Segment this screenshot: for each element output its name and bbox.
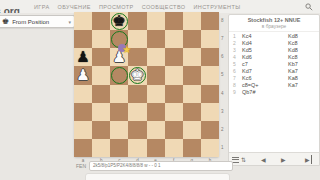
menu-icon[interactable] — [232, 155, 239, 164]
square-c2[interactable] — [110, 121, 128, 139]
square-d3[interactable] — [128, 103, 146, 121]
square-d7[interactable] — [128, 30, 146, 48]
variant-select[interactable]: ♚ From Position ▾ — [0, 15, 75, 28]
white-move-7[interactable]: Kc6 — [242, 75, 288, 82]
square-a7[interactable] — [74, 30, 92, 48]
rank-label-5: 5 — [221, 66, 227, 84]
move-number: 6 — [229, 68, 242, 75]
square-f3[interactable] — [165, 103, 183, 121]
white-king-d5[interactable]: ♚ — [128, 66, 146, 84]
search-icon[interactable] — [305, 3, 313, 11]
board-area: ♚♟♟♟♚★ abcdefgh87654321 — [74, 12, 227, 165]
move-list: 1Kc4Kd82Kd4Kc83Kd5Kd84Kd6Kc85c7Kb76Kd7Ka… — [229, 33, 319, 96]
white-move-4[interactable]: Kd6 — [242, 54, 288, 61]
square-f2[interactable] — [165, 121, 183, 139]
square-g2[interactable] — [183, 121, 201, 139]
square-e1[interactable] — [147, 139, 165, 157]
fen-input[interactable]: 2k5/8/p1P5/P2K4/8/8/8/8 w - - 0 1 — [89, 161, 233, 171]
square-d1[interactable] — [128, 139, 146, 157]
square-c5[interactable] — [110, 66, 128, 84]
move-row-2: 2Kd4Kc8 — [229, 40, 319, 47]
white-move-9[interactable]: Qb7# — [242, 89, 288, 96]
black-king-c8[interactable]: ♚ — [110, 12, 128, 30]
black-move-4[interactable]: Kc8 — [288, 54, 319, 61]
black-move-7[interactable]: Ka8 — [288, 75, 319, 82]
main-menu: ИГРАОБУЧЕНИЕПРОСМОТРСООБЩЕСТВОИНСТРУМЕНТ… — [34, 4, 240, 10]
rank-label-3: 3 — [221, 103, 227, 121]
square-d6[interactable] — [128, 48, 146, 66]
square-c4[interactable] — [110, 85, 128, 103]
black-move-5[interactable]: Kb7 — [288, 61, 319, 68]
square-d2[interactable] — [128, 121, 146, 139]
white-move-1[interactable]: Kc4 — [242, 33, 288, 40]
rank-label-7: 7 — [221, 30, 227, 48]
move-row-8: 8c8=Q+Ka7 — [229, 82, 319, 89]
square-d8[interactable] — [128, 12, 146, 30]
square-h3[interactable] — [201, 103, 219, 121]
chevron-down-icon: ▾ — [68, 19, 71, 25]
square-e4[interactable] — [147, 85, 165, 103]
next-icon[interactable]: ▶ — [281, 155, 286, 164]
engine-header[interactable]: Stockfish 12+ NNUE в браузере — [229, 15, 319, 32]
board[interactable]: ♚♟♟♟♚★ — [74, 12, 219, 157]
site-logo-text: lichess.org — [0, 6, 20, 13]
move-row-9: 9Qb7# — [229, 89, 319, 96]
square-g8[interactable] — [183, 12, 201, 30]
square-b7[interactable] — [92, 30, 110, 48]
square-e8[interactable] — [147, 12, 165, 30]
move-number: 7 — [229, 75, 242, 82]
rank-label-4: 4 — [221, 85, 227, 103]
move-number: 3 — [229, 47, 242, 54]
move-row-5: 5c7Kb7 — [229, 61, 319, 68]
black-pawn-a6[interactable]: ♟ — [74, 48, 92, 66]
square-e3[interactable] — [147, 103, 165, 121]
black-move-3[interactable]: Kd8 — [288, 47, 319, 54]
square-h5[interactable] — [201, 66, 219, 84]
square-f1[interactable] — [165, 139, 183, 157]
rank-label-1: 1 — [221, 139, 227, 157]
square-b6[interactable] — [92, 48, 110, 66]
black-king-icon: ♚ — [2, 17, 9, 27]
engine-subtitle: в браузере — [229, 24, 319, 29]
move-number: 5 — [229, 61, 242, 68]
share-input[interactable] — [85, 173, 230, 180]
square-b5[interactable] — [92, 66, 110, 84]
square-h2[interactable] — [201, 121, 219, 139]
black-move-1[interactable]: Kd8 — [288, 33, 319, 40]
move-row-1: 1Kc4Kd8 — [229, 33, 319, 40]
white-move-6[interactable]: Kd7 — [242, 68, 288, 75]
move-row-3: 3Kd5Kd8 — [229, 47, 319, 54]
rank-label-2: 2 — [221, 121, 227, 139]
white-pawn-c6[interactable]: ♟ — [110, 48, 128, 66]
prev-icon[interactable]: ◀ — [261, 155, 266, 164]
square-h6[interactable] — [201, 48, 219, 66]
move-number: 9 — [229, 89, 242, 96]
variant-select-label: From Position — [12, 19, 68, 25]
nav-item-5[interactable]: ИНСТРУМЕНТЫ — [193, 4, 240, 10]
square-f7[interactable] — [165, 30, 183, 48]
black-move-2[interactable]: Kc8 — [288, 40, 319, 47]
square-a1[interactable] — [74, 139, 92, 157]
square-g6[interactable] — [183, 48, 201, 66]
square-c1[interactable] — [110, 139, 128, 157]
square-a8[interactable] — [74, 12, 92, 30]
square-a2[interactable] — [74, 121, 92, 139]
square-g7[interactable] — [183, 30, 201, 48]
move-number: 4 — [229, 54, 242, 61]
square-b2[interactable] — [92, 121, 110, 139]
white-move-8[interactable]: c8=Q+ — [242, 82, 288, 89]
square-a4[interactable] — [74, 85, 92, 103]
square-h1[interactable] — [201, 139, 219, 157]
square-b1[interactable] — [92, 139, 110, 157]
square-c7[interactable] — [110, 30, 128, 48]
square-d4[interactable] — [128, 85, 146, 103]
square-a3[interactable] — [74, 103, 92, 121]
move-row-6: 6Kd7Ka7 — [229, 68, 319, 75]
square-e5[interactable] — [147, 66, 165, 84]
square-g3[interactable] — [183, 103, 201, 121]
square-c3[interactable] — [110, 103, 128, 121]
white-pawn-a5[interactable]: ♟ — [74, 66, 92, 84]
rank-label-6: 6 — [221, 48, 227, 66]
square-g4[interactable] — [183, 85, 201, 103]
black-move-6[interactable]: Ka7 — [288, 68, 319, 75]
move-row-4: 4Kd6Kc8 — [229, 54, 319, 61]
square-h7[interactable] — [201, 30, 219, 48]
analysis-toolbar: ⇅◀▶▶ — [229, 152, 319, 165]
site-logo[interactable]: lichess.org — [0, 1, 30, 13]
fen-label: FEN — [76, 163, 86, 169]
move-number: 8 — [229, 82, 242, 89]
white-move-2[interactable]: Kd4 — [242, 40, 288, 47]
move-row-7: 7Kc6Ka8 — [229, 75, 319, 82]
square-g1[interactable] — [183, 139, 201, 157]
flip-icon[interactable]: ⇅ — [241, 155, 246, 164]
white-move-3[interactable]: Kd5 — [242, 47, 288, 54]
move-number: 1 — [229, 33, 242, 40]
nav-item-1[interactable]: ИГРА — [34, 4, 50, 10]
square-b8[interactable] — [92, 12, 110, 30]
square-h8[interactable] — [201, 12, 219, 30]
square-e2[interactable] — [147, 121, 165, 139]
white-move-5[interactable]: c7 — [242, 61, 288, 68]
square-f8[interactable] — [165, 12, 183, 30]
nav-item-2[interactable]: ОБУЧЕНИЕ — [58, 4, 91, 10]
square-f5[interactable] — [165, 66, 183, 84]
rank-label-8: 8 — [221, 12, 227, 30]
nav-item-3[interactable]: ПРОСМОТР — [99, 4, 134, 10]
square-g5[interactable] — [183, 66, 201, 84]
square-b3[interactable] — [92, 103, 110, 121]
square-e7[interactable] — [147, 30, 165, 48]
square-e6[interactable] — [147, 48, 165, 66]
last-icon[interactable]: ▶ — [305, 155, 312, 164]
engine-name: Stockfish 12+ NNUE — [229, 17, 319, 23]
square-b4[interactable] — [92, 85, 110, 103]
move-number: 2 — [229, 40, 242, 47]
black-move-8[interactable]: Ka7 — [288, 82, 319, 89]
square-f6[interactable] — [165, 48, 183, 66]
analysis-panel: Stockfish 12+ NNUE в браузере 1Kc4Kd82Kd… — [228, 14, 320, 166]
nav-item-4[interactable]: СООБЩЕСТВО — [142, 4, 186, 10]
square-f4[interactable] — [165, 85, 183, 103]
square-h4[interactable] — [201, 85, 219, 103]
